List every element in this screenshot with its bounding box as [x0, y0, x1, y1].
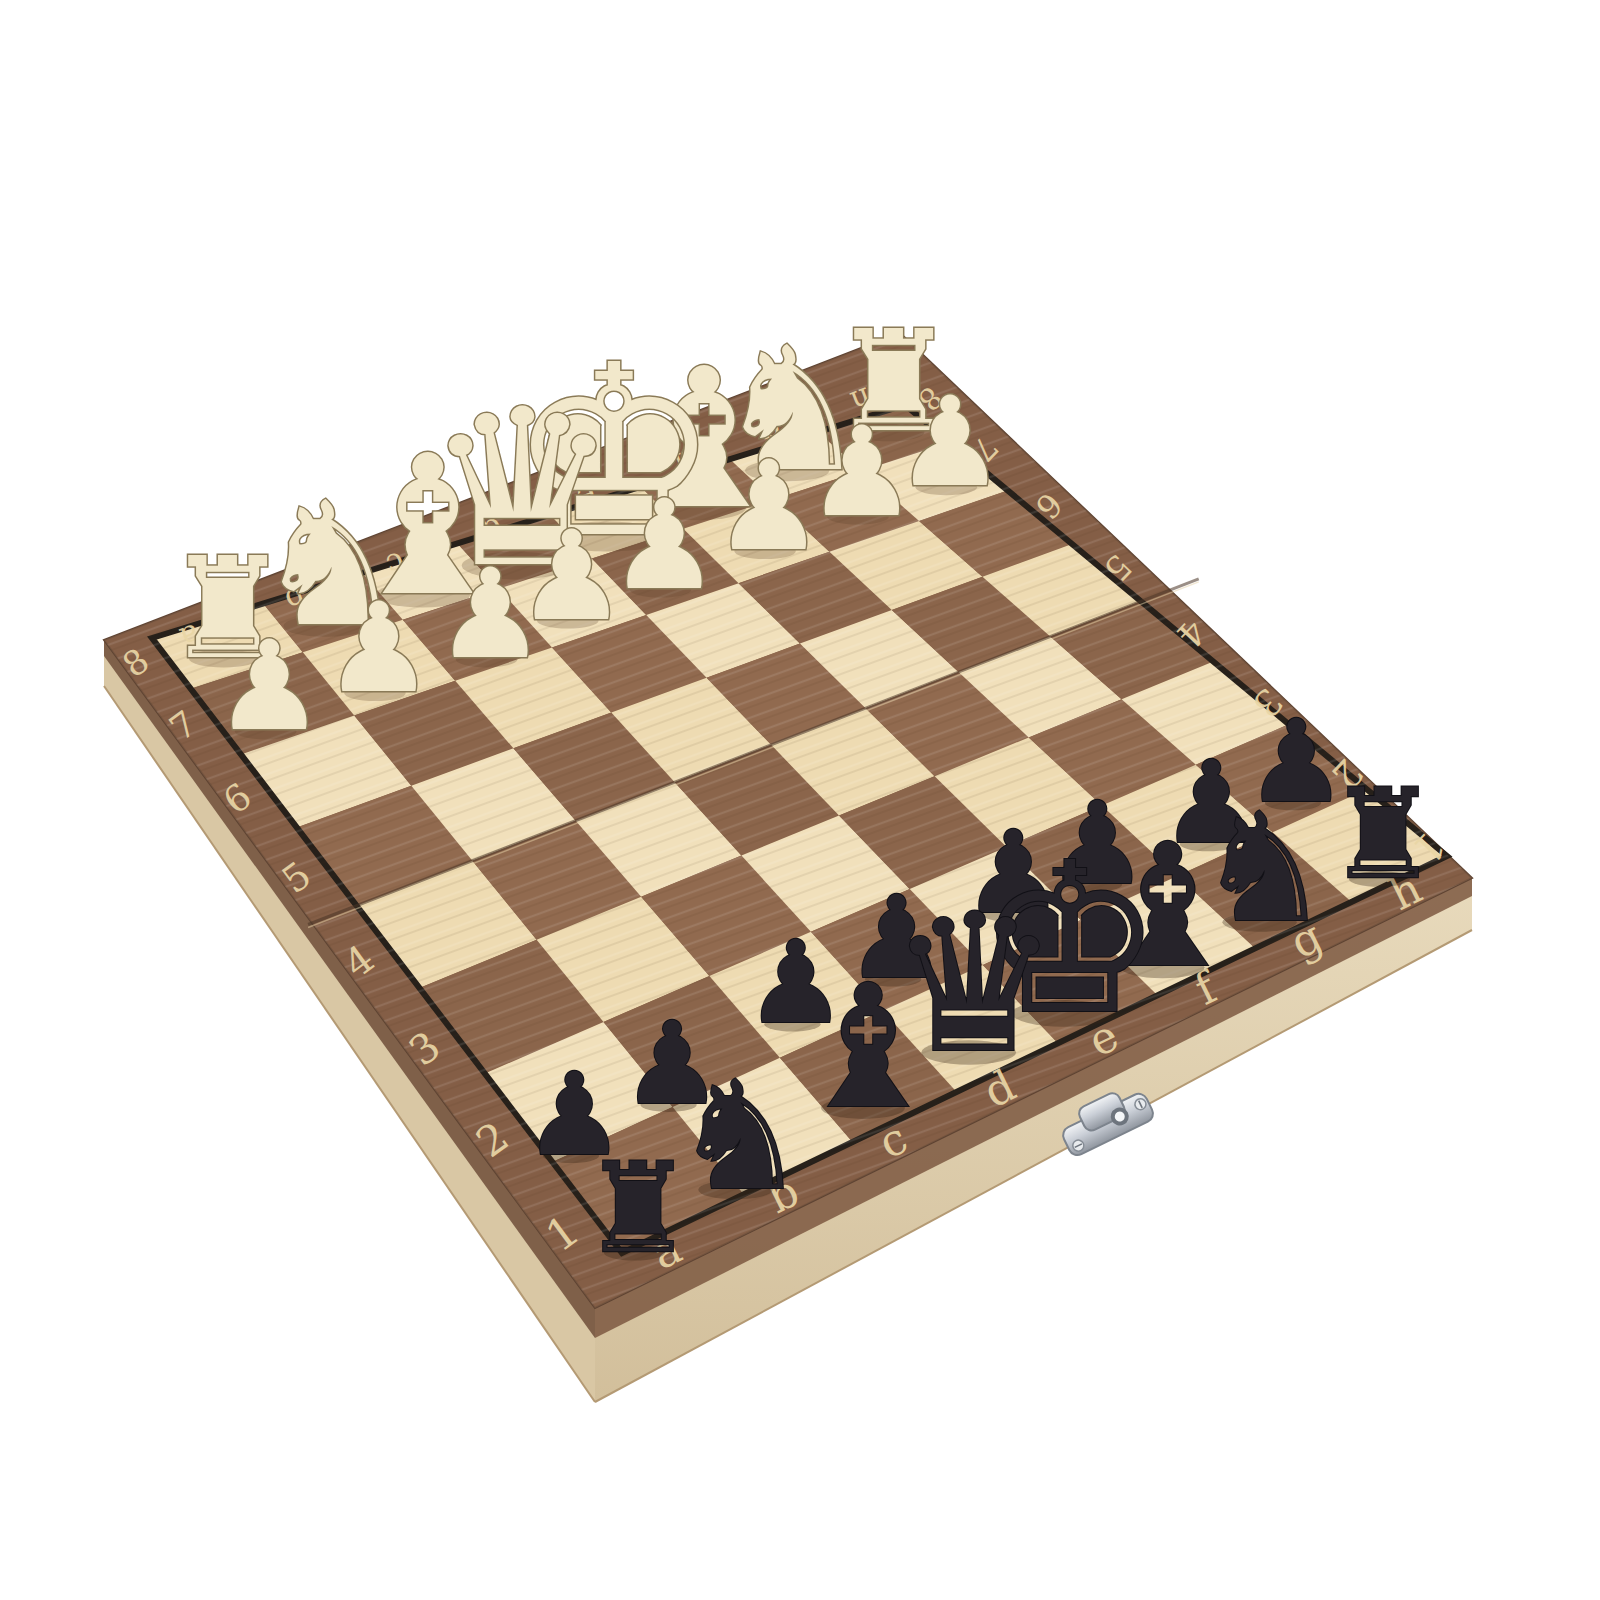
product-photo: aabbccddeeffgghh8877665544332211♜♞♟♝♟♚♟♛…: [0, 0, 1600, 1600]
piece-white-pawn-c7[interactable]: ♟: [435, 542, 546, 686]
piece-black-rook-a1[interactable]: ♜: [583, 1136, 694, 1280]
piece-white-pawn-f7[interactable]: ♟: [713, 434, 824, 578]
piece-black-bishop-c1[interactable]: ♝: [792, 948, 944, 1146]
chess-board: aabbccddeeffgghh8877665544332211♜♞♟♝♟♚♟♛…: [0, 0, 1600, 1600]
piece-black-rook-h1[interactable]: ♜: [1328, 762, 1439, 906]
piece-white-pawn-b7[interactable]: ♟: [323, 576, 434, 720]
piece-white-pawn-a7[interactable]: ♟: [214, 614, 325, 758]
